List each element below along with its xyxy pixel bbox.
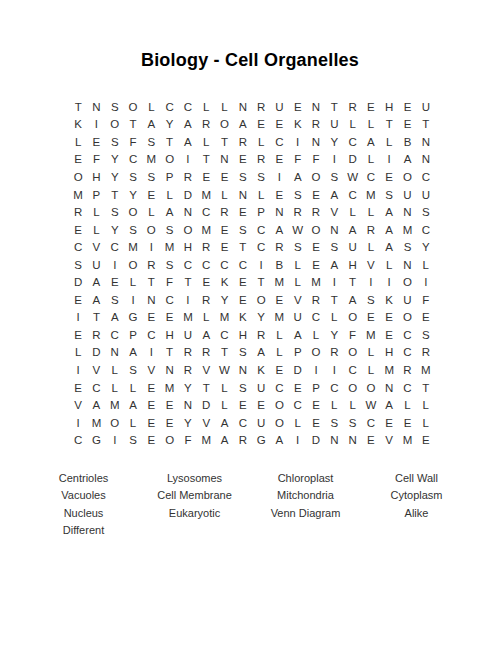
- grid-cell[interactable]: E: [69, 379, 87, 397]
- grid-cell[interactable]: K: [234, 309, 252, 327]
- grid-cell[interactable]: R: [252, 326, 270, 344]
- grid-cell[interactable]: R: [234, 133, 252, 151]
- grid-cell[interactable]: P: [252, 203, 270, 221]
- grid-cell[interactable]: T: [142, 273, 160, 291]
- grid-cell[interactable]: E: [252, 116, 270, 134]
- grid-cell[interactable]: O: [307, 168, 325, 186]
- grid-cell[interactable]: E: [289, 379, 307, 397]
- grid-cell[interactable]: T: [325, 291, 343, 309]
- grid-cell[interactable]: M: [106, 396, 124, 414]
- grid-cell[interactable]: R: [289, 203, 307, 221]
- grid-cell[interactable]: L: [142, 98, 160, 116]
- grid-cell[interactable]: I: [142, 344, 160, 362]
- grid-cell[interactable]: S: [106, 291, 124, 309]
- grid-cell[interactable]: V: [69, 396, 87, 414]
- grid-cell[interactable]: O: [343, 344, 361, 362]
- grid-cell[interactable]: N: [270, 203, 288, 221]
- grid-cell[interactable]: L: [289, 414, 307, 432]
- grid-cell[interactable]: G: [124, 309, 142, 327]
- grid-cell[interactable]: R: [69, 203, 87, 221]
- grid-cell[interactable]: O: [362, 379, 380, 397]
- grid-cell[interactable]: E: [142, 431, 160, 449]
- grid-cell[interactable]: L: [270, 326, 288, 344]
- grid-cell[interactable]: L: [325, 309, 343, 327]
- grid-cell[interactable]: C: [124, 151, 142, 169]
- grid-cell[interactable]: M: [197, 221, 215, 239]
- grid-cell[interactable]: O: [307, 344, 325, 362]
- grid-cell[interactable]: W: [289, 221, 307, 239]
- grid-cell[interactable]: L: [362, 344, 380, 362]
- grid-cell[interactable]: C: [179, 256, 197, 274]
- grid-cell[interactable]: N: [307, 98, 325, 116]
- grid-cell[interactable]: D: [69, 273, 87, 291]
- grid-cell[interactable]: C: [215, 326, 233, 344]
- grid-cell[interactable]: N: [417, 133, 435, 151]
- grid-cell[interactable]: L: [124, 273, 142, 291]
- grid-cell[interactable]: O: [124, 203, 142, 221]
- grid-cell[interactable]: F: [124, 133, 142, 151]
- grid-cell[interactable]: C: [252, 221, 270, 239]
- grid-cell[interactable]: E: [307, 256, 325, 274]
- grid-cell[interactable]: A: [124, 344, 142, 362]
- grid-cell[interactable]: B: [398, 133, 416, 151]
- grid-cell[interactable]: Y: [252, 309, 270, 327]
- grid-cell[interactable]: K: [69, 116, 87, 134]
- grid-cell[interactable]: M: [362, 326, 380, 344]
- grid-cell[interactable]: H: [179, 238, 197, 256]
- grid-cell[interactable]: R: [179, 361, 197, 379]
- grid-cell[interactable]: S: [124, 221, 142, 239]
- grid-cell[interactable]: R: [197, 344, 215, 362]
- grid-cell[interactable]: M: [142, 151, 160, 169]
- grid-cell[interactable]: A: [380, 238, 398, 256]
- grid-cell[interactable]: C: [417, 221, 435, 239]
- grid-cell[interactable]: A: [380, 203, 398, 221]
- grid-cell[interactable]: R: [398, 361, 416, 379]
- grid-cell[interactable]: R: [252, 151, 270, 169]
- grid-cell[interactable]: T: [124, 116, 142, 134]
- grid-cell[interactable]: V: [87, 238, 105, 256]
- grid-cell[interactable]: A: [87, 273, 105, 291]
- grid-cell[interactable]: I: [289, 431, 307, 449]
- grid-cell[interactable]: N: [398, 256, 416, 274]
- grid-cell[interactable]: D: [289, 361, 307, 379]
- grid-cell[interactable]: A: [160, 203, 178, 221]
- grid-cell[interactable]: A: [106, 309, 124, 327]
- grid-cell[interactable]: L: [215, 98, 233, 116]
- grid-cell[interactable]: S: [69, 256, 87, 274]
- grid-cell[interactable]: L: [106, 361, 124, 379]
- grid-cell[interactable]: L: [69, 133, 87, 151]
- grid-cell[interactable]: E: [380, 309, 398, 327]
- grid-cell[interactable]: R: [142, 256, 160, 274]
- grid-cell[interactable]: R: [417, 344, 435, 362]
- grid-cell[interactable]: C: [69, 431, 87, 449]
- grid-cell[interactable]: M: [69, 186, 87, 204]
- grid-cell[interactable]: R: [252, 98, 270, 116]
- grid-cell[interactable]: T: [87, 309, 105, 327]
- grid-cell[interactable]: E: [160, 414, 178, 432]
- grid-cell[interactable]: L: [380, 133, 398, 151]
- grid-cell[interactable]: E: [362, 98, 380, 116]
- grid-cell[interactable]: O: [179, 221, 197, 239]
- grid-cell[interactable]: R: [179, 168, 197, 186]
- grid-cell[interactable]: C: [307, 309, 325, 327]
- grid-cell[interactable]: I: [87, 116, 105, 134]
- grid-cell[interactable]: K: [215, 273, 233, 291]
- grid-cell[interactable]: S: [142, 168, 160, 186]
- grid-cell[interactable]: E: [160, 309, 178, 327]
- grid-cell[interactable]: I: [307, 361, 325, 379]
- grid-cell[interactable]: V: [142, 361, 160, 379]
- grid-cell[interactable]: D: [179, 186, 197, 204]
- grid-cell[interactable]: C: [289, 396, 307, 414]
- grid-cell[interactable]: R: [307, 203, 325, 221]
- grid-cell[interactable]: E: [142, 379, 160, 397]
- grid-cell[interactable]: E: [234, 203, 252, 221]
- grid-cell[interactable]: O: [398, 273, 416, 291]
- grid-cell[interactable]: N: [234, 361, 252, 379]
- grid-cell[interactable]: E: [362, 431, 380, 449]
- grid-cell[interactable]: S: [343, 414, 361, 432]
- grid-cell[interactable]: U: [398, 291, 416, 309]
- grid-cell[interactable]: K: [252, 361, 270, 379]
- grid-cell[interactable]: L: [325, 396, 343, 414]
- grid-cell[interactable]: T: [179, 273, 197, 291]
- grid-cell[interactable]: E: [270, 116, 288, 134]
- grid-cell[interactable]: E: [417, 431, 435, 449]
- grid-cell[interactable]: C: [343, 133, 361, 151]
- grid-cell[interactable]: T: [160, 344, 178, 362]
- grid-cell[interactable]: U: [417, 98, 435, 116]
- grid-cell[interactable]: S: [362, 291, 380, 309]
- grid-cell[interactable]: O: [106, 414, 124, 432]
- grid-cell[interactable]: T: [106, 186, 124, 204]
- grid-cell[interactable]: C: [270, 379, 288, 397]
- grid-cell[interactable]: H: [87, 168, 105, 186]
- grid-cell[interactable]: R: [87, 326, 105, 344]
- grid-cell[interactable]: K: [289, 116, 307, 134]
- grid-cell[interactable]: E: [106, 273, 124, 291]
- grid-cell[interactable]: L: [362, 116, 380, 134]
- grid-cell[interactable]: W: [343, 168, 361, 186]
- grid-cell[interactable]: L: [215, 379, 233, 397]
- grid-cell[interactable]: Y: [325, 326, 343, 344]
- grid-cell[interactable]: C: [398, 379, 416, 397]
- grid-cell[interactable]: Y: [215, 291, 233, 309]
- grid-cell[interactable]: N: [417, 151, 435, 169]
- grid-cell[interactable]: M: [215, 309, 233, 327]
- grid-cell[interactable]: T: [215, 133, 233, 151]
- grid-cell[interactable]: L: [362, 151, 380, 169]
- grid-cell[interactable]: E: [252, 396, 270, 414]
- grid-cell[interactable]: N: [160, 361, 178, 379]
- grid-cell[interactable]: E: [215, 221, 233, 239]
- grid-cell[interactable]: F: [87, 151, 105, 169]
- grid-cell[interactable]: L: [270, 344, 288, 362]
- grid-cell[interactable]: C: [362, 168, 380, 186]
- grid-cell[interactable]: A: [343, 221, 361, 239]
- grid-cell[interactable]: E: [270, 186, 288, 204]
- grid-cell[interactable]: Y: [106, 168, 124, 186]
- grid-cell[interactable]: N: [142, 291, 160, 309]
- grid-cell[interactable]: H: [343, 256, 361, 274]
- grid-cell[interactable]: A: [343, 291, 361, 309]
- grid-cell[interactable]: M: [160, 238, 178, 256]
- grid-cell[interactable]: Y: [325, 133, 343, 151]
- grid-cell[interactable]: L: [362, 203, 380, 221]
- grid-cell[interactable]: A: [234, 116, 252, 134]
- grid-cell[interactable]: S: [106, 98, 124, 116]
- grid-cell[interactable]: O: [343, 309, 361, 327]
- grid-cell[interactable]: L: [69, 344, 87, 362]
- grid-cell[interactable]: H: [380, 344, 398, 362]
- grid-cell[interactable]: L: [289, 256, 307, 274]
- grid-cell[interactable]: F: [307, 151, 325, 169]
- grid-cell[interactable]: Y: [124, 186, 142, 204]
- grid-cell[interactable]: E: [307, 186, 325, 204]
- grid-cell[interactable]: H: [160, 326, 178, 344]
- grid-cell[interactable]: S: [380, 186, 398, 204]
- grid-cell[interactable]: C: [197, 203, 215, 221]
- grid-cell[interactable]: L: [417, 414, 435, 432]
- grid-cell[interactable]: S: [398, 238, 416, 256]
- grid-cell[interactable]: L: [124, 379, 142, 397]
- grid-cell[interactable]: U: [325, 116, 343, 134]
- grid-cell[interactable]: E: [215, 168, 233, 186]
- grid-cell[interactable]: A: [215, 431, 233, 449]
- grid-cell[interactable]: P: [160, 168, 178, 186]
- grid-cell[interactable]: U: [87, 256, 105, 274]
- grid-cell[interactable]: S: [289, 238, 307, 256]
- grid-cell[interactable]: S: [234, 168, 252, 186]
- grid-cell[interactable]: N: [106, 344, 124, 362]
- grid-cell[interactable]: E: [307, 238, 325, 256]
- grid-cell[interactable]: E: [270, 361, 288, 379]
- grid-cell[interactable]: A: [124, 396, 142, 414]
- grid-cell[interactable]: C: [197, 256, 215, 274]
- grid-cell[interactable]: E: [307, 396, 325, 414]
- grid-cell[interactable]: D: [343, 151, 361, 169]
- grid-cell[interactable]: V: [197, 414, 215, 432]
- grid-cell[interactable]: A: [179, 116, 197, 134]
- grid-cell[interactable]: V: [197, 361, 215, 379]
- grid-cell[interactable]: A: [380, 396, 398, 414]
- grid-cell[interactable]: E: [234, 151, 252, 169]
- grid-cell[interactable]: L: [142, 203, 160, 221]
- grid-cell[interactable]: M: [270, 309, 288, 327]
- grid-cell[interactable]: L: [197, 133, 215, 151]
- grid-cell[interactable]: N: [215, 151, 233, 169]
- grid-cell[interactable]: P: [289, 344, 307, 362]
- grid-cell[interactable]: R: [270, 238, 288, 256]
- grid-cell[interactable]: C: [160, 98, 178, 116]
- grid-cell[interactable]: I: [417, 273, 435, 291]
- grid-cell[interactable]: C: [398, 326, 416, 344]
- grid-cell[interactable]: O: [106, 116, 124, 134]
- grid-cell[interactable]: S: [325, 168, 343, 186]
- grid-cell[interactable]: E: [380, 414, 398, 432]
- grid-cell[interactable]: T: [69, 98, 87, 116]
- grid-cell[interactable]: C: [106, 238, 124, 256]
- grid-cell[interactable]: R: [307, 291, 325, 309]
- grid-cell[interactable]: Y: [160, 116, 178, 134]
- grid-cell[interactable]: L: [417, 256, 435, 274]
- grid-cell[interactable]: W: [362, 396, 380, 414]
- grid-cell[interactable]: Y: [179, 414, 197, 432]
- grid-cell[interactable]: F: [289, 151, 307, 169]
- grid-cell[interactable]: A: [87, 291, 105, 309]
- grid-cell[interactable]: E: [270, 291, 288, 309]
- grid-cell[interactable]: U: [252, 414, 270, 432]
- grid-cell[interactable]: E: [142, 414, 160, 432]
- grid-cell[interactable]: C: [252, 238, 270, 256]
- grid-cell[interactable]: L: [398, 396, 416, 414]
- grid-cell[interactable]: N: [343, 431, 361, 449]
- grid-cell[interactable]: A: [380, 221, 398, 239]
- grid-cell[interactable]: E: [69, 221, 87, 239]
- grid-cell[interactable]: H: [234, 326, 252, 344]
- grid-cell[interactable]: C: [69, 238, 87, 256]
- grid-cell[interactable]: W: [215, 361, 233, 379]
- grid-cell[interactable]: S: [252, 168, 270, 186]
- grid-cell[interactable]: R: [197, 116, 215, 134]
- grid-cell[interactable]: S: [417, 203, 435, 221]
- grid-cell[interactable]: E: [197, 168, 215, 186]
- grid-cell[interactable]: S: [124, 168, 142, 186]
- grid-cell[interactable]: E: [362, 309, 380, 327]
- grid-cell[interactable]: M: [307, 273, 325, 291]
- grid-cell[interactable]: O: [270, 396, 288, 414]
- grid-cell[interactable]: A: [362, 133, 380, 151]
- grid-cell[interactable]: U: [179, 326, 197, 344]
- grid-cell[interactable]: I: [179, 291, 197, 309]
- grid-cell[interactable]: O: [343, 379, 361, 397]
- grid-cell[interactable]: C: [234, 414, 252, 432]
- grid-cell[interactable]: V: [380, 431, 398, 449]
- grid-cell[interactable]: N: [234, 98, 252, 116]
- grid-cell[interactable]: U: [343, 238, 361, 256]
- grid-cell[interactable]: O: [398, 168, 416, 186]
- grid-cell[interactable]: E: [289, 98, 307, 116]
- grid-cell[interactable]: I: [69, 309, 87, 327]
- grid-cell[interactable]: A: [325, 186, 343, 204]
- grid-cell[interactable]: A: [289, 326, 307, 344]
- grid-cell[interactable]: I: [69, 361, 87, 379]
- grid-cell[interactable]: L: [362, 238, 380, 256]
- grid-cell[interactable]: M: [179, 309, 197, 327]
- grid-cell[interactable]: A: [252, 344, 270, 362]
- grid-cell[interactable]: I: [124, 291, 142, 309]
- grid-cell[interactable]: R: [179, 344, 197, 362]
- grid-cell[interactable]: T: [234, 238, 252, 256]
- grid-cell[interactable]: O: [398, 309, 416, 327]
- grid-cell[interactable]: C: [325, 379, 343, 397]
- grid-cell[interactable]: C: [106, 326, 124, 344]
- grid-cell[interactable]: T: [197, 379, 215, 397]
- grid-cell[interactable]: L: [252, 133, 270, 151]
- grid-cell[interactable]: S: [124, 361, 142, 379]
- grid-cell[interactable]: E: [398, 116, 416, 134]
- grid-cell[interactable]: E: [380, 326, 398, 344]
- grid-cell[interactable]: S: [106, 133, 124, 151]
- grid-cell[interactable]: F: [343, 326, 361, 344]
- grid-cell[interactable]: K: [380, 291, 398, 309]
- grid-cell[interactable]: C: [398, 344, 416, 362]
- grid-cell[interactable]: E: [234, 273, 252, 291]
- grid-cell[interactable]: F: [179, 431, 197, 449]
- grid-cell[interactable]: E: [215, 238, 233, 256]
- grid-cell[interactable]: U: [398, 186, 416, 204]
- grid-cell[interactable]: G: [252, 431, 270, 449]
- grid-cell[interactable]: Y: [106, 151, 124, 169]
- grid-cell[interactable]: V: [289, 291, 307, 309]
- grid-cell[interactable]: U: [252, 379, 270, 397]
- grid-cell[interactable]: M: [87, 414, 105, 432]
- grid-cell[interactable]: M: [197, 186, 215, 204]
- grid-cell[interactable]: U: [289, 309, 307, 327]
- grid-cell[interactable]: I: [380, 151, 398, 169]
- grid-cell[interactable]: O: [142, 221, 160, 239]
- grid-cell[interactable]: H: [380, 98, 398, 116]
- grid-cell[interactable]: M: [270, 273, 288, 291]
- grid-cell[interactable]: I: [142, 238, 160, 256]
- grid-cell[interactable]: C: [270, 133, 288, 151]
- grid-cell[interactable]: O: [252, 291, 270, 309]
- grid-cell[interactable]: L: [343, 116, 361, 134]
- grid-cell[interactable]: B: [270, 256, 288, 274]
- grid-cell[interactable]: A: [270, 221, 288, 239]
- grid-cell[interactable]: S: [160, 256, 178, 274]
- grid-cell[interactable]: E: [398, 414, 416, 432]
- grid-cell[interactable]: C: [417, 168, 435, 186]
- grid-cell[interactable]: S: [124, 431, 142, 449]
- grid-cell[interactable]: O: [69, 168, 87, 186]
- grid-cell[interactable]: I: [252, 256, 270, 274]
- grid-cell[interactable]: S: [234, 379, 252, 397]
- grid-cell[interactable]: A: [87, 396, 105, 414]
- grid-cell[interactable]: Y: [417, 238, 435, 256]
- grid-cell[interactable]: S: [325, 238, 343, 256]
- grid-cell[interactable]: E: [417, 309, 435, 327]
- grid-cell[interactable]: T: [197, 151, 215, 169]
- grid-cell[interactable]: I: [362, 273, 380, 291]
- grid-cell[interactable]: R: [215, 203, 233, 221]
- grid-cell[interactable]: E: [87, 133, 105, 151]
- grid-cell[interactable]: F: [417, 291, 435, 309]
- grid-cell[interactable]: L: [343, 396, 361, 414]
- grid-cell[interactable]: C: [142, 326, 160, 344]
- grid-cell[interactable]: E: [69, 326, 87, 344]
- grid-cell[interactable]: U: [417, 186, 435, 204]
- grid-cell[interactable]: M: [417, 361, 435, 379]
- grid-cell[interactable]: T: [160, 133, 178, 151]
- grid-cell[interactable]: E: [234, 396, 252, 414]
- grid-cell[interactable]: N: [307, 133, 325, 151]
- grid-cell[interactable]: I: [325, 273, 343, 291]
- grid-cell[interactable]: M: [398, 431, 416, 449]
- grid-cell[interactable]: R: [307, 116, 325, 134]
- grid-cell[interactable]: L: [362, 361, 380, 379]
- grid-cell[interactable]: L: [197, 98, 215, 116]
- grid-cell[interactable]: N: [325, 221, 343, 239]
- grid-cell[interactable]: S: [234, 344, 252, 362]
- grid-cell[interactable]: N: [325, 431, 343, 449]
- grid-cell[interactable]: R: [234, 431, 252, 449]
- grid-cell[interactable]: G: [87, 431, 105, 449]
- grid-cell[interactable]: S: [106, 203, 124, 221]
- grid-cell[interactable]: L: [380, 256, 398, 274]
